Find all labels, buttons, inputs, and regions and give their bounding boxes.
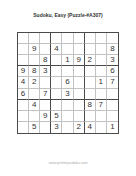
cell-r5c8: 1 [96, 77, 107, 88]
page-title: Sudoku, Easy (Puzzle-#A307) [0, 11, 136, 19]
footer-url: www.printmysudoku.com [0, 161, 136, 166]
cell-r9c4: 3 [51, 122, 62, 133]
cell-r6c7 [85, 89, 96, 100]
cell-r7c4 [51, 100, 62, 111]
cell-r1c3 [40, 33, 51, 44]
cell-r6c5: 3 [62, 89, 73, 100]
cell-r4c1: 9 [18, 66, 29, 77]
cell-r2c2: 9 [29, 44, 40, 55]
cell-r3c7: 2 [85, 55, 96, 66]
cell-r8c3: 9 [40, 111, 51, 122]
cell-r1c4 [51, 33, 62, 44]
cell-r2c9: 8 [107, 44, 118, 55]
cell-r5c6 [74, 77, 85, 88]
cell-r9c6: 2 [74, 122, 85, 133]
cell-r1c5 [62, 33, 73, 44]
cell-r6c1: 6 [18, 89, 29, 100]
cell-r9c2: 5 [29, 122, 40, 133]
cell-r1c7 [85, 33, 96, 44]
cell-r8c5 [62, 111, 73, 122]
cell-r7c8: 7 [96, 100, 107, 111]
cell-r7c9 [107, 100, 118, 111]
cell-r2c7 [85, 44, 96, 55]
cell-r5c5: 6 [62, 77, 73, 88]
cell-r1c6 [74, 33, 85, 44]
cell-r6c4 [51, 89, 62, 100]
cell-r5c2: 2 [29, 77, 40, 88]
cell-r3c4 [51, 55, 62, 66]
cell-r5c3 [40, 77, 51, 88]
cell-r6c9 [107, 89, 118, 100]
cell-r5c7 [85, 77, 96, 88]
cell-r2c4: 4 [51, 44, 62, 55]
cell-r5c1: 4 [18, 77, 29, 88]
cell-r3c8 [96, 55, 107, 66]
cell-r9c7: 4 [85, 122, 96, 133]
cell-r4c5 [62, 66, 73, 77]
cell-r3c2 [29, 55, 40, 66]
cell-r1c8 [96, 33, 107, 44]
cell-r6c8 [96, 89, 107, 100]
cell-r2c6 [74, 44, 85, 55]
cell-r4c8 [96, 66, 107, 77]
cell-r9c3 [40, 122, 51, 133]
sudoku-sheet-page: Sudoku, Easy (Puzzle-#A307) 948819239836… [0, 0, 136, 176]
cell-r6c2 [29, 89, 40, 100]
cell-r7c5 [62, 100, 73, 111]
cell-r4c9: 6 [107, 66, 118, 77]
cell-r8c8 [96, 111, 107, 122]
cell-r8c1 [18, 111, 29, 122]
cell-r7c6 [74, 100, 85, 111]
cell-r9c1 [18, 122, 29, 133]
cell-r3c6: 9 [74, 55, 85, 66]
cell-r6c6 [74, 89, 85, 100]
cell-r5c9: 7 [107, 77, 118, 88]
cell-r9c9: 1 [107, 122, 118, 133]
cell-r8c4: 5 [51, 111, 62, 122]
cell-r4c2: 8 [29, 66, 40, 77]
cell-r7c3 [40, 100, 51, 111]
cell-r2c1 [18, 44, 29, 55]
cell-r2c5 [62, 44, 73, 55]
cell-r8c6 [74, 111, 85, 122]
cell-r6c3: 7 [40, 89, 51, 100]
cell-r7c1 [18, 100, 29, 111]
cell-r2c3 [40, 44, 51, 55]
cell-r4c6 [74, 66, 85, 77]
cell-r7c2: 4 [29, 100, 40, 111]
cell-r1c9 [107, 33, 118, 44]
cell-r4c3: 3 [40, 66, 51, 77]
cell-r7c7: 8 [85, 100, 96, 111]
sudoku-board: 948819239836426176734879553241 [17, 32, 119, 134]
cell-r3c5: 1 [62, 55, 73, 66]
cell-r8c2 [29, 111, 40, 122]
cell-r3c1 [18, 55, 29, 66]
cell-r5c4 [51, 77, 62, 88]
cell-r2c8 [96, 44, 107, 55]
cell-r8c7 [85, 111, 96, 122]
cell-r4c7 [85, 66, 96, 77]
cell-r9c8 [96, 122, 107, 133]
cell-r4c4 [51, 66, 62, 77]
cell-r1c1 [18, 33, 29, 44]
cell-r1c2 [29, 33, 40, 44]
cell-r8c9 [107, 111, 118, 122]
cell-r3c9: 3 [107, 55, 118, 66]
cell-r9c5 [62, 122, 73, 133]
cell-r3c3: 8 [40, 55, 51, 66]
